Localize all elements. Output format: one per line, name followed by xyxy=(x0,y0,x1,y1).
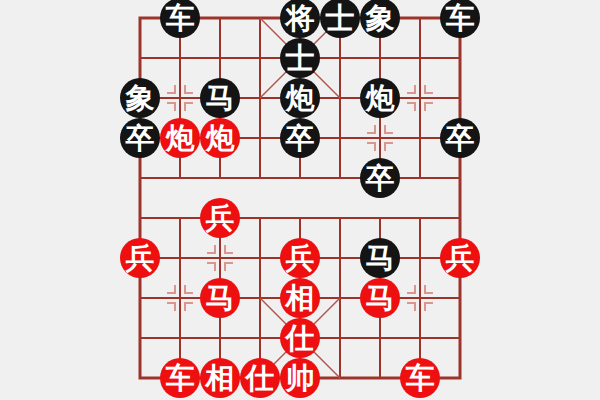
red-elephant[interactable]: 相 xyxy=(280,278,320,318)
red-soldier[interactable]: 兵 xyxy=(280,238,320,278)
black-soldier[interactable]: 卒 xyxy=(280,118,320,158)
black-advisor[interactable]: 士 xyxy=(280,38,320,78)
red-horse[interactable]: 马 xyxy=(200,278,240,318)
black-advisor[interactable]: 士 xyxy=(320,0,360,38)
black-chariot[interactable]: 车 xyxy=(440,0,480,38)
red-advisor[interactable]: 仕 xyxy=(280,318,320,358)
xiangqi-game-screen: 车将士象车士象马炮炮卒炮炮卒卒卒兵兵兵马兵马相马仕车相仕帅车 xyxy=(0,0,600,400)
black-cannon[interactable]: 炮 xyxy=(280,78,320,118)
black-soldier[interactable]: 卒 xyxy=(120,118,160,158)
red-general[interactable]: 帅 xyxy=(280,358,320,398)
black-chariot[interactable]: 车 xyxy=(160,0,200,38)
red-soldier[interactable]: 兵 xyxy=(120,238,160,278)
black-horse[interactable]: 马 xyxy=(360,238,400,278)
black-cannon[interactable]: 炮 xyxy=(360,78,400,118)
red-advisor[interactable]: 仕 xyxy=(240,358,280,398)
black-soldier[interactable]: 卒 xyxy=(440,118,480,158)
black-horse[interactable]: 马 xyxy=(200,78,240,118)
red-horse[interactable]: 马 xyxy=(360,278,400,318)
red-soldier[interactable]: 兵 xyxy=(440,238,480,278)
black-general[interactable]: 将 xyxy=(280,0,320,38)
red-soldier[interactable]: 兵 xyxy=(200,198,240,238)
black-elephant[interactable]: 象 xyxy=(360,0,400,38)
red-cannon[interactable]: 炮 xyxy=(160,118,200,158)
black-soldier[interactable]: 卒 xyxy=(360,158,400,198)
red-chariot[interactable]: 车 xyxy=(160,358,200,398)
red-cannon[interactable]: 炮 xyxy=(200,118,240,158)
red-elephant[interactable]: 相 xyxy=(200,358,240,398)
red-chariot[interactable]: 车 xyxy=(400,358,440,398)
black-elephant[interactable]: 象 xyxy=(120,78,160,118)
